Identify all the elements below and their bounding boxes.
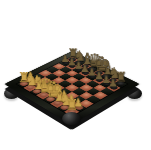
- black-pawn[interactable]: ♟: [108, 78, 118, 89]
- board-grid: ♜♞♝♛♚♝♞♜♟♟♟♟♟♟♟♟♟♟♟♟♟♟♟♟♜♞♝♛♚♝♞♜: [15, 56, 128, 117]
- chess-set-photo: ♜♞♝♛♚♝♞♜♟♟♟♟♟♟♟♟♟♟♟♟♟♟♟♟♜♞♝♛♚♝♞♜: [0, 0, 151, 150]
- board-scene: ♜♞♝♛♚♝♞♜♟♟♟♟♟♟♟♟♟♟♟♟♟♟♟♟♜♞♝♛♚♝♞♜: [0, 0, 151, 150]
- ball-foot-front: [62, 112, 81, 125]
- white-rook[interactable]: ♜: [66, 98, 77, 113]
